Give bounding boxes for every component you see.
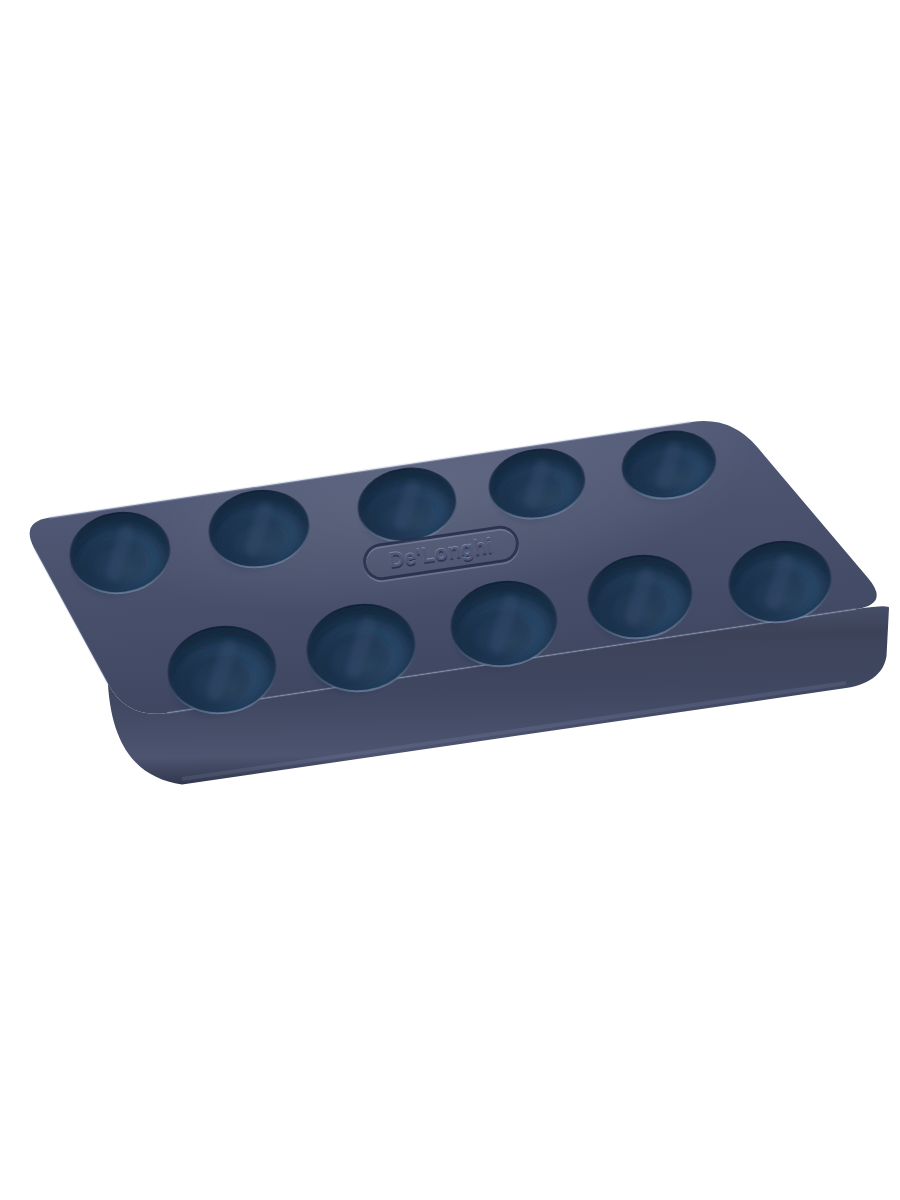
tray-illustration: De'Longhi De'Longhi De'Longhi [0, 0, 900, 1200]
product-photo-canvas: De'Longhi De'Longhi De'Longhi [0, 0, 900, 1200]
